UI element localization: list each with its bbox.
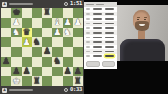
black-queen: ♛ xyxy=(23,28,31,37)
opponent-name-placeholder xyxy=(9,3,33,6)
square-f3[interactable]: ♞ xyxy=(52,57,62,67)
white-move-cell[interactable] xyxy=(93,46,102,48)
square-g7[interactable]: ♟ xyxy=(63,18,73,28)
person-neck xyxy=(138,31,145,39)
player-clock: 0:33 xyxy=(64,87,82,93)
black-move-cell[interactable] xyxy=(105,41,114,43)
square-a3[interactable]: ♟ xyxy=(1,57,11,67)
square-e2[interactable] xyxy=(42,67,52,77)
person-eyebrow xyxy=(144,17,147,18)
square-d8[interactable] xyxy=(32,8,42,18)
square-g6[interactable]: ♞ xyxy=(63,28,73,38)
pawn-avatar-icon: ♟ xyxy=(3,88,7,92)
black-knight: ♞ xyxy=(53,57,61,66)
square-d6[interactable] xyxy=(32,28,42,38)
white-knight: ♞ xyxy=(64,28,72,37)
square-e7[interactable] xyxy=(42,18,52,28)
square-a2[interactable] xyxy=(1,67,11,77)
square-h7[interactable]: ♟ xyxy=(73,18,83,28)
move-list-panel xyxy=(84,2,117,69)
square-f7[interactable]: ♝ xyxy=(52,18,62,28)
black-move-cell[interactable] xyxy=(105,27,114,29)
square-e3[interactable] xyxy=(42,57,52,67)
black-move-cell[interactable] xyxy=(105,13,114,15)
square-e8[interactable]: ♜ xyxy=(42,8,52,18)
square-g3[interactable] xyxy=(63,57,73,67)
square-f6[interactable]: ♟ xyxy=(52,28,62,38)
opponent-clock-value: 1:51 xyxy=(70,1,82,7)
square-c4[interactable] xyxy=(22,47,32,57)
person-eyebrow xyxy=(137,17,140,18)
move-list-buttons xyxy=(84,59,117,69)
square-b3[interactable] xyxy=(11,57,21,67)
square-h2[interactable]: ♟ xyxy=(73,67,83,77)
square-g4[interactable] xyxy=(63,47,73,57)
white-move-cell[interactable] xyxy=(93,13,102,15)
square-d7[interactable] xyxy=(32,18,42,28)
square-c1[interactable] xyxy=(22,76,32,86)
opponent-avatar[interactable]: ♟ xyxy=(2,2,7,7)
person-eye xyxy=(144,19,146,20)
square-f2[interactable] xyxy=(52,67,62,77)
square-d3[interactable] xyxy=(32,57,42,67)
square-h1[interactable]: ♜ xyxy=(73,76,83,86)
black-pawn: ♟ xyxy=(23,67,31,76)
clock-icon xyxy=(64,88,69,93)
move-list[interactable] xyxy=(84,7,117,59)
black-king: ♚ xyxy=(12,8,20,17)
square-c6[interactable]: ♛ xyxy=(22,28,32,38)
square-b7[interactable]: ♟ xyxy=(11,18,21,28)
person-head xyxy=(133,10,150,30)
square-d4[interactable] xyxy=(32,47,42,57)
player-name-placeholder xyxy=(9,89,33,92)
white-king: ♚ xyxy=(12,76,20,85)
square-f5[interactable] xyxy=(52,37,62,47)
chess-board[interactable]: ♚♜♟♝♟♟♞♛♟♞♟♞♟♟♞♟♟♟♟♚♜♜ xyxy=(1,8,83,86)
square-e5[interactable] xyxy=(42,37,52,47)
square-h6[interactable] xyxy=(73,28,83,38)
square-h4[interactable] xyxy=(73,47,83,57)
white-pawn: ♟ xyxy=(12,18,20,27)
black-knight: ♞ xyxy=(33,37,41,46)
square-a1[interactable] xyxy=(1,76,11,86)
stream-frame: ♟ 1:51 ♚♜♟♝♟♟♞♛♟♞♟♞♟♟♞♟♟♟♟♚♜♜ ♟ 0:33 xyxy=(0,0,168,94)
person-sweater xyxy=(120,39,165,61)
square-b1[interactable]: ♚ xyxy=(11,76,21,86)
square-g1[interactable] xyxy=(63,76,73,86)
draw-offer-button[interactable] xyxy=(86,61,100,67)
square-d1[interactable]: ♜ xyxy=(32,76,42,86)
square-d2[interactable] xyxy=(32,67,42,77)
webcam xyxy=(117,5,168,61)
black-pawn: ♟ xyxy=(2,57,10,66)
black-pawn: ♟ xyxy=(12,67,20,76)
square-c2[interactable]: ♟ xyxy=(22,67,32,77)
black-move-cell[interactable] xyxy=(105,18,114,20)
square-g5[interactable] xyxy=(63,37,73,47)
stream-right-panel xyxy=(84,0,168,94)
square-h5[interactable] xyxy=(73,37,83,47)
black-move-cell[interactable] xyxy=(105,37,114,39)
square-a7[interactable] xyxy=(1,18,11,28)
white-move-cell[interactable] xyxy=(93,27,102,29)
black-rook: ♜ xyxy=(33,76,41,85)
square-f1[interactable] xyxy=(52,76,62,86)
black-pawn: ♟ xyxy=(74,67,82,76)
square-b2[interactable]: ♟ xyxy=(11,67,21,77)
white-bishop: ♝ xyxy=(53,18,61,27)
resign-button[interactable] xyxy=(102,61,116,67)
square-c8[interactable] xyxy=(22,8,32,18)
white-move-cell[interactable] xyxy=(93,41,102,43)
white-pawn: ♟ xyxy=(64,18,72,27)
square-a5[interactable] xyxy=(1,37,11,47)
square-c5[interactable]: ♟ xyxy=(22,37,32,47)
square-b8[interactable]: ♚ xyxy=(11,8,21,18)
white-pawn: ♟ xyxy=(74,18,82,27)
white-move-cell[interactable] xyxy=(93,8,102,10)
person-smile xyxy=(139,24,145,26)
square-f4[interactable] xyxy=(52,47,62,57)
white-move-cell[interactable] xyxy=(93,37,102,39)
square-h3[interactable] xyxy=(73,57,83,67)
black-pawn: ♟ xyxy=(64,67,72,76)
square-b4[interactable] xyxy=(11,47,21,57)
opponent-info-bar: ♟ 1:51 xyxy=(0,0,84,8)
black-rook: ♜ xyxy=(74,76,82,85)
square-e6[interactable] xyxy=(42,28,52,38)
square-b6[interactable]: ♞ xyxy=(11,28,21,38)
square-c7[interactable] xyxy=(22,18,32,28)
white-move-cell[interactable] xyxy=(93,51,102,53)
black-rook: ♜ xyxy=(43,8,51,17)
opponent-clock: 1:51 xyxy=(64,1,82,7)
square-c3[interactable] xyxy=(22,57,32,67)
person-beard xyxy=(135,21,149,31)
white-move-cell[interactable] xyxy=(93,18,102,20)
square-g8[interactable] xyxy=(63,8,73,18)
square-h8[interactable] xyxy=(73,8,83,18)
white-knight: ♞ xyxy=(12,28,20,37)
square-g2[interactable]: ♟ xyxy=(63,67,73,77)
black-move-cell[interactable] xyxy=(105,32,114,34)
black-move-cell[interactable] xyxy=(105,8,114,10)
player-avatar[interactable]: ♟ xyxy=(2,88,7,93)
square-d5[interactable]: ♞ xyxy=(32,37,42,47)
pawn-avatar-icon: ♟ xyxy=(3,2,7,6)
white-move-cell[interactable] xyxy=(93,32,102,34)
black-move-cell[interactable] xyxy=(105,55,114,57)
player-clock-value: 0:33 xyxy=(70,87,82,93)
black-move-cell[interactable] xyxy=(105,46,114,48)
square-a4[interactable] xyxy=(1,47,11,57)
square-f8[interactable] xyxy=(52,8,62,18)
game-area: ♟ 1:51 ♚♜♟♝♟♟♞♛♟♞♟♞♟♟♞♟♟♟♟♚♜♜ ♟ 0:33 xyxy=(0,0,84,94)
square-e1[interactable] xyxy=(42,76,52,86)
white-move-cell[interactable] xyxy=(93,55,102,57)
white-pawn: ♟ xyxy=(23,37,31,46)
person-eye xyxy=(137,19,139,20)
black-move-cell[interactable] xyxy=(105,51,114,53)
black-move-cell[interactable] xyxy=(105,23,114,25)
square-b5[interactable] xyxy=(11,37,21,47)
square-a6[interactable] xyxy=(1,28,11,38)
black-pawn: ♟ xyxy=(43,47,51,56)
square-a8[interactable] xyxy=(1,8,11,18)
clock-icon xyxy=(64,2,69,7)
square-e4[interactable]: ♟ xyxy=(42,47,52,57)
player-info-bar: ♟ 0:33 xyxy=(0,86,84,94)
white-move-cell[interactable] xyxy=(93,23,102,25)
white-pawn: ♟ xyxy=(53,28,61,37)
